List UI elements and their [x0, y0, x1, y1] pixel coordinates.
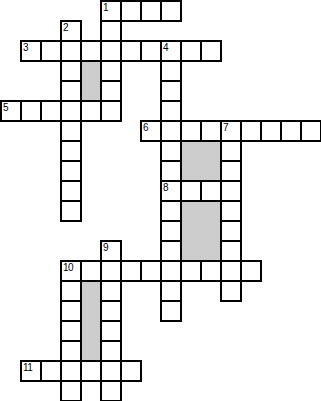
cell-c9-r2[interactable] [180, 40, 202, 62]
clue-number: 10 [63, 262, 73, 273]
cell-c5-r13[interactable] [100, 260, 122, 282]
clue-number: 8 [163, 182, 168, 193]
cell-c3-r18[interactable] [60, 360, 82, 382]
cell-c5-r4[interactable] [100, 80, 122, 102]
cell-c2-r18[interactable] [40, 360, 62, 382]
cell-c3-r9[interactable] [60, 180, 82, 202]
cell-c11-r8[interactable] [220, 160, 242, 182]
shaded-block [80, 60, 102, 102]
crossword-page: 1234567891011 [0, 0, 321, 401]
cell-c5-r17[interactable] [100, 340, 122, 362]
cell-c11-r12[interactable] [220, 240, 242, 262]
cell-c8-r4[interactable] [160, 80, 182, 102]
cell-c3-r1[interactable]: 2 [60, 20, 82, 42]
cell-c5-r18[interactable] [100, 360, 122, 382]
cell-c3-r19[interactable] [60, 380, 82, 401]
cell-c4-r13[interactable] [80, 260, 102, 282]
cell-c6-r18[interactable] [120, 360, 142, 382]
cell-c8-r7[interactable] [160, 140, 182, 162]
cell-c10-r13[interactable] [200, 260, 222, 282]
cell-c6-r0[interactable] [120, 0, 142, 22]
cell-c5-r15[interactable] [100, 300, 122, 322]
cell-c3-r7[interactable] [60, 140, 82, 162]
cell-c8-r12[interactable] [160, 240, 182, 262]
cell-c4-r5[interactable] [80, 100, 102, 122]
cell-c1-r5[interactable] [20, 100, 42, 122]
cell-c5-r5[interactable] [100, 100, 122, 122]
cell-c9-r6[interactable] [180, 120, 202, 142]
cell-c3-r2[interactable] [60, 40, 82, 62]
cell-c7-r2[interactable] [140, 40, 162, 62]
cell-c3-r8[interactable] [60, 160, 82, 182]
cell-c5-r19[interactable] [100, 380, 122, 401]
cell-c11-r9[interactable] [220, 180, 242, 202]
clue-number: 6 [143, 122, 148, 133]
cell-c8-r11[interactable] [160, 220, 182, 242]
cell-c6-r2[interactable] [120, 40, 142, 62]
cell-c1-r18[interactable]: 11 [20, 360, 42, 382]
cell-c6-r13[interactable] [120, 260, 142, 282]
cell-c8-r8[interactable] [160, 160, 182, 182]
cell-c12-r6[interactable] [240, 120, 262, 142]
cell-c13-r6[interactable] [260, 120, 282, 142]
cell-c5-r12[interactable]: 9 [100, 240, 122, 262]
cell-c2-r5[interactable] [40, 100, 62, 122]
cell-c8-r0[interactable] [160, 0, 182, 22]
cell-c14-r6[interactable] [280, 120, 302, 142]
cell-c3-r15[interactable] [60, 300, 82, 322]
cell-c5-r2[interactable] [100, 40, 122, 62]
cell-c2-r2[interactable] [40, 40, 62, 62]
cell-c5-r14[interactable] [100, 280, 122, 302]
cell-c9-r13[interactable] [180, 260, 202, 282]
cell-c10-r6[interactable] [200, 120, 222, 142]
clue-number: 4 [163, 42, 168, 53]
cell-c12-r13[interactable] [240, 260, 262, 282]
clue-number: 9 [103, 242, 108, 253]
clue-number: 2 [63, 22, 68, 33]
cell-c8-r3[interactable] [160, 60, 182, 82]
shaded-block [180, 200, 222, 262]
cell-c4-r18[interactable] [80, 360, 102, 382]
cell-c3-r5[interactable] [60, 100, 82, 122]
cell-c11-r14[interactable] [220, 280, 242, 302]
cell-c1-r2[interactable]: 3 [20, 40, 42, 62]
cell-c7-r6[interactable]: 6 [140, 120, 162, 142]
cell-c8-r9[interactable]: 8 [160, 180, 182, 202]
cell-c11-r6[interactable]: 7 [220, 120, 242, 142]
cell-c10-r2[interactable] [200, 40, 222, 62]
cell-c15-r6[interactable] [300, 120, 321, 142]
cell-c3-r10[interactable] [60, 200, 82, 222]
cell-c8-r5[interactable] [160, 100, 182, 122]
cell-c11-r7[interactable] [220, 140, 242, 162]
cell-c0-r5[interactable]: 5 [0, 100, 22, 122]
shaded-block [80, 280, 102, 362]
cell-c8-r10[interactable] [160, 200, 182, 222]
cell-c5-r16[interactable] [100, 320, 122, 342]
cell-c8-r6[interactable] [160, 120, 182, 142]
cell-c3-r16[interactable] [60, 320, 82, 342]
clue-number: 3 [23, 42, 28, 53]
cell-c5-r1[interactable] [100, 20, 122, 42]
clue-number: 11 [23, 362, 32, 373]
cell-c3-r3[interactable] [60, 60, 82, 82]
cell-c7-r0[interactable] [140, 0, 162, 22]
crossword-board: 1234567891011 [0, 0, 321, 401]
cell-c8-r14[interactable] [160, 280, 182, 302]
cell-c7-r13[interactable] [140, 260, 162, 282]
cell-c3-r14[interactable] [60, 280, 82, 302]
cell-c3-r4[interactable] [60, 80, 82, 102]
clue-number: 1 [103, 2, 108, 13]
cell-c3-r6[interactable] [60, 120, 82, 142]
cell-c8-r2[interactable]: 4 [160, 40, 182, 62]
cell-c3-r17[interactable] [60, 340, 82, 362]
cell-c5-r0[interactable]: 1 [100, 0, 122, 22]
cell-c3-r13[interactable]: 10 [60, 260, 82, 282]
clue-number: 5 [3, 102, 8, 113]
cell-c4-r2[interactable] [80, 40, 102, 62]
cell-c11-r13[interactable] [220, 260, 242, 282]
cell-c5-r3[interactable] [100, 60, 122, 82]
cell-c11-r11[interactable] [220, 220, 242, 242]
cell-c8-r15[interactable] [160, 300, 182, 322]
cell-c11-r10[interactable] [220, 200, 242, 222]
shaded-block [180, 140, 222, 182]
cell-c10-r9[interactable] [200, 180, 222, 202]
clue-number: 7 [223, 122, 228, 133]
cell-c9-r9[interactable] [180, 180, 202, 202]
cell-c8-r13[interactable] [160, 260, 182, 282]
